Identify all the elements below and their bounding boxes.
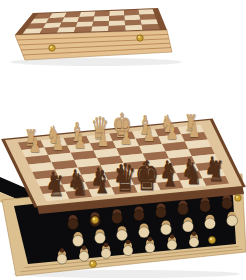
stored-piece-base (227, 215, 238, 226)
brass-clasp-body (209, 237, 216, 244)
board-square (125, 20, 142, 26)
stored-piece-base (156, 207, 167, 218)
stored-piece-head (60, 248, 65, 253)
board-square (76, 22, 94, 28)
board-square (109, 15, 125, 21)
board-square (94, 11, 109, 17)
stored-piece-base (205, 218, 216, 229)
stored-piece-base (95, 233, 106, 244)
brass-clasp-body (92, 217, 99, 224)
brass-clasp (49, 45, 55, 51)
brass-clasp-body (90, 261, 97, 268)
stored-piece-base (145, 243, 155, 253)
board-square (139, 14, 156, 20)
stored-piece-base (161, 224, 172, 235)
brass-clasp-highlight (91, 262, 93, 264)
brass-clasp (90, 261, 97, 268)
board-square (109, 10, 124, 16)
board-square (93, 16, 109, 22)
stored-piece-base (68, 219, 79, 230)
stored-piece-base (189, 237, 199, 247)
board-square (142, 24, 160, 30)
board-square (124, 10, 139, 16)
stored-piece-head (126, 240, 131, 245)
brass-clasp-highlight (236, 196, 238, 198)
stored-piece-head (170, 234, 175, 239)
brass-clasp (137, 35, 143, 41)
board-square (59, 22, 77, 28)
board-square (138, 9, 154, 15)
stored-piece-base (101, 248, 111, 258)
brass-clasp-body (49, 45, 55, 51)
board-square (57, 27, 76, 32)
stored-piece-base (139, 227, 150, 238)
board-square (78, 17, 95, 23)
stored-piece-base (183, 221, 194, 232)
board-square (62, 17, 79, 23)
brass-clasp-body (235, 195, 241, 201)
board-square (125, 25, 143, 31)
brass-clasp-body (137, 35, 143, 41)
board-square (91, 26, 109, 32)
stored-piece-head (192, 231, 197, 236)
board-square (92, 21, 109, 27)
board-square (74, 27, 92, 33)
stored-piece-base (134, 210, 145, 221)
scene-graphics (0, 0, 246, 280)
board-square (64, 12, 81, 18)
stored-piece-base (117, 230, 128, 241)
brass-clasp-highlight (210, 238, 212, 240)
brass-clasp-highlight (138, 36, 140, 38)
stored-piece-base (200, 201, 211, 212)
chess-set-product-photo: ♜♞♝♛♚♝♞♜♟♟♟♟♟♟♟♟♟♟♟♟♟♟♟♟♜♞♝♛♚♝♞♜ (0, 0, 246, 280)
stored-piece-base (167, 240, 177, 250)
brass-clasp (92, 217, 99, 224)
board-square (79, 12, 95, 18)
board-square (109, 20, 125, 26)
stored-piece-head (148, 237, 153, 242)
closed-box-front-face (15, 30, 172, 60)
stored-piece-base (73, 236, 84, 247)
board-square (124, 15, 140, 21)
board-square (108, 25, 125, 31)
stored-piece-base (79, 251, 89, 261)
stored-piece-head (104, 243, 109, 248)
brass-clasp (235, 195, 241, 201)
brass-clasp-highlight (50, 46, 52, 48)
brass-clasp-highlight (93, 218, 95, 220)
stored-piece-base (123, 246, 133, 256)
stored-piece-head (82, 245, 87, 250)
board-square (141, 19, 159, 25)
stored-piece-base (178, 204, 189, 215)
stored-piece-base (222, 198, 233, 209)
brass-clasp (209, 237, 216, 244)
stored-piece-base (57, 254, 67, 264)
stored-piece-base (112, 213, 123, 224)
